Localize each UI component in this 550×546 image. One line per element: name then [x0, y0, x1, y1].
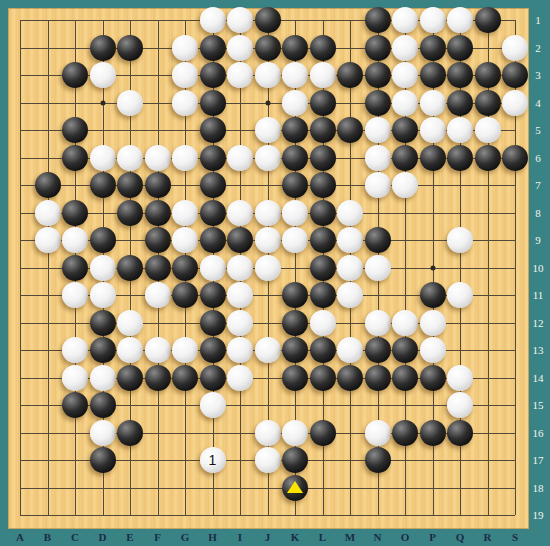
stone-white-I18[interactable]: [227, 35, 253, 61]
stone-black-C17[interactable]: [62, 62, 88, 88]
stone-white-E7[interactable]: [117, 337, 143, 363]
stone-white-J11[interactable]: [255, 227, 281, 253]
stone-black-I11[interactable]: [227, 227, 253, 253]
stone-black-E10[interactable]: [117, 255, 143, 281]
stone-black-P9[interactable]: [420, 282, 446, 308]
stone-black-P17[interactable]: [420, 62, 446, 88]
stone-black-P4[interactable]: [420, 420, 446, 446]
stone-black-D18[interactable]: [90, 35, 116, 61]
stone-black-Q18[interactable]: [447, 35, 473, 61]
stone-black-G6[interactable]: [172, 365, 198, 391]
stone-black-K14[interactable]: [282, 145, 308, 171]
star-point: [430, 265, 435, 270]
stone-white-J4[interactable]: [255, 420, 281, 446]
stone-black-K6[interactable]: [282, 365, 308, 391]
stone-black-R17[interactable]: [475, 62, 501, 88]
stone-black-S14[interactable]: [502, 145, 528, 171]
stone-white-K16[interactable]: [282, 90, 308, 116]
stone-white-O18[interactable]: [392, 35, 418, 61]
stone-black-K13[interactable]: [282, 172, 308, 198]
stone-white-Q5[interactable]: [447, 392, 473, 418]
stone-black-E13[interactable]: [117, 172, 143, 198]
stone-white-B12[interactable]: [35, 200, 61, 226]
stone-black-D8[interactable]: [90, 310, 116, 336]
stone-black-H15[interactable]: [200, 117, 226, 143]
stone-black-F6[interactable]: [145, 365, 171, 391]
stone-white-P15[interactable]: [420, 117, 446, 143]
stone-black-L6[interactable]: [310, 365, 336, 391]
stone-black-L10[interactable]: [310, 255, 336, 281]
stone-black-H8[interactable]: [200, 310, 226, 336]
column-label-I: I: [238, 531, 242, 543]
stone-white-M11[interactable]: [337, 227, 363, 253]
stone-black-L16[interactable]: [310, 90, 336, 116]
stone-white-Q6[interactable]: [447, 365, 473, 391]
stone-white-L8[interactable]: [310, 310, 336, 336]
stone-white-C11[interactable]: [62, 227, 88, 253]
stone-black-N6[interactable]: [365, 365, 391, 391]
stone-black-L18[interactable]: [310, 35, 336, 61]
stone-white-F7[interactable]: [145, 337, 171, 363]
stone-white-N13[interactable]: [365, 172, 391, 198]
stone-black-N7[interactable]: [365, 337, 391, 363]
column-label-P: P: [429, 531, 436, 543]
stone-white-Q9[interactable]: [447, 282, 473, 308]
stone-black-D3[interactable]: [90, 447, 116, 473]
stone-black-N18[interactable]: [365, 35, 391, 61]
stone-white-O13[interactable]: [392, 172, 418, 198]
row-label-7: 7: [535, 179, 541, 191]
column-label-G: G: [181, 531, 190, 543]
row-label-3: 3: [535, 69, 541, 81]
stone-white-I19[interactable]: [227, 7, 253, 33]
stone-black-S17[interactable]: [502, 62, 528, 88]
stone-black-K7[interactable]: [282, 337, 308, 363]
stone-black-K3[interactable]: [282, 447, 308, 473]
column-label-R: R: [484, 531, 492, 543]
column-label-J: J: [265, 531, 271, 543]
row-label-17: 17: [533, 454, 544, 466]
stone-black-L7[interactable]: [310, 337, 336, 363]
stone-black-C15[interactable]: [62, 117, 88, 143]
stone-black-C5[interactable]: [62, 392, 88, 418]
stone-black-G9[interactable]: [172, 282, 198, 308]
stone-white-B11[interactable]: [35, 227, 61, 253]
stone-black-L12[interactable]: [310, 200, 336, 226]
stone-black-J18[interactable]: [255, 35, 281, 61]
stone-white-F9[interactable]: [145, 282, 171, 308]
stone-white-O19[interactable]: [392, 7, 418, 33]
row-label-8: 8: [535, 207, 541, 219]
row-label-2: 2: [535, 42, 541, 54]
stone-black-F11[interactable]: [145, 227, 171, 253]
column-label-O: O: [401, 531, 410, 543]
stone-black-Q4[interactable]: [447, 420, 473, 446]
stone-white-P16[interactable]: [420, 90, 446, 116]
stone-white-M7[interactable]: [337, 337, 363, 363]
row-label-16: 16: [533, 427, 544, 439]
stone-white-P19[interactable]: [420, 7, 446, 33]
triangle-marker-icon: [287, 481, 303, 493]
stone-black-O7[interactable]: [392, 337, 418, 363]
stone-white-E14[interactable]: [117, 145, 143, 171]
column-label-H: H: [208, 531, 217, 543]
stone-white-G17[interactable]: [172, 62, 198, 88]
stone-black-F10[interactable]: [145, 255, 171, 281]
stone-white-J15[interactable]: [255, 117, 281, 143]
star-point: [265, 100, 270, 105]
stone-black-P6[interactable]: [420, 365, 446, 391]
stone-white-I17[interactable]: [227, 62, 253, 88]
column-label-D: D: [99, 531, 107, 543]
stone-black-K8[interactable]: [282, 310, 308, 336]
stone-white-S18[interactable]: [502, 35, 528, 61]
stone-black-L11[interactable]: [310, 227, 336, 253]
stone-white-G16[interactable]: [172, 90, 198, 116]
stone-white-E8[interactable]: [117, 310, 143, 336]
stone-black-H18[interactable]: [200, 35, 226, 61]
stone-black-D13[interactable]: [90, 172, 116, 198]
stone-white-M12[interactable]: [337, 200, 363, 226]
stone-black-O15[interactable]: [392, 117, 418, 143]
column-label-M: M: [345, 531, 355, 543]
stone-white-P8[interactable]: [420, 310, 446, 336]
row-label-19: 19: [533, 509, 544, 521]
stone-black-C12[interactable]: [62, 200, 88, 226]
stone-white-H19[interactable]: [200, 7, 226, 33]
stone-black-Q16[interactable]: [447, 90, 473, 116]
stone-black-H16[interactable]: [200, 90, 226, 116]
column-label-B: B: [44, 531, 51, 543]
row-label-11: 11: [533, 289, 544, 301]
stone-white-K12[interactable]: [282, 200, 308, 226]
stone-white-N10[interactable]: [365, 255, 391, 281]
stone-white-G18[interactable]: [172, 35, 198, 61]
stone-white-G7[interactable]: [172, 337, 198, 363]
stone-white-H3[interactable]: 1: [200, 447, 226, 473]
move-number-label: 1: [209, 453, 217, 467]
stone-white-C7[interactable]: [62, 337, 88, 363]
row-label-5: 5: [535, 124, 541, 136]
row-label-13: 13: [533, 344, 544, 356]
stone-black-L4[interactable]: [310, 420, 336, 446]
stone-black-H17[interactable]: [200, 62, 226, 88]
stone-white-L17[interactable]: [310, 62, 336, 88]
stone-black-K2[interactable]: [282, 475, 308, 501]
stone-black-R14[interactable]: [475, 145, 501, 171]
stone-white-E16[interactable]: [117, 90, 143, 116]
stone-black-L13[interactable]: [310, 172, 336, 198]
stone-black-K15[interactable]: [282, 117, 308, 143]
stone-white-G11[interactable]: [172, 227, 198, 253]
stone-white-Q15[interactable]: [447, 117, 473, 143]
stone-white-G14[interactable]: [172, 145, 198, 171]
grid-line-horizontal: [20, 488, 515, 489]
column-label-Q: Q: [456, 531, 465, 543]
stone-black-M17[interactable]: [337, 62, 363, 88]
stone-white-D17[interactable]: [90, 62, 116, 88]
go-board[interactable]: 1: [8, 8, 529, 529]
stone-black-C14[interactable]: [62, 145, 88, 171]
stone-black-Q17[interactable]: [447, 62, 473, 88]
stone-white-J12[interactable]: [255, 200, 281, 226]
stone-black-H11[interactable]: [200, 227, 226, 253]
stone-black-N3[interactable]: [365, 447, 391, 473]
stone-white-S16[interactable]: [502, 90, 528, 116]
stone-black-H7[interactable]: [200, 337, 226, 363]
stone-black-J19[interactable]: [255, 7, 281, 33]
row-label-9: 9: [535, 234, 541, 246]
stone-white-O8[interactable]: [392, 310, 418, 336]
stone-white-C6[interactable]: [62, 365, 88, 391]
stone-white-J17[interactable]: [255, 62, 281, 88]
stone-white-H10[interactable]: [200, 255, 226, 281]
stone-white-I12[interactable]: [227, 200, 253, 226]
stone-white-Q11[interactable]: [447, 227, 473, 253]
stone-black-H9[interactable]: [200, 282, 226, 308]
stone-white-I10[interactable]: [227, 255, 253, 281]
stone-white-G12[interactable]: [172, 200, 198, 226]
stone-white-D6[interactable]: [90, 365, 116, 391]
stone-black-N11[interactable]: [365, 227, 391, 253]
column-label-N: N: [374, 531, 382, 543]
row-label-1: 1: [535, 14, 541, 26]
stone-white-R15[interactable]: [475, 117, 501, 143]
row-label-6: 6: [535, 152, 541, 164]
stone-black-N16[interactable]: [365, 90, 391, 116]
column-label-K: K: [291, 531, 300, 543]
stone-black-B13[interactable]: [35, 172, 61, 198]
stone-black-R16[interactable]: [475, 90, 501, 116]
row-label-10: 10: [533, 262, 544, 274]
stone-white-I7[interactable]: [227, 337, 253, 363]
stone-white-M10[interactable]: [337, 255, 363, 281]
stone-black-C10[interactable]: [62, 255, 88, 281]
stone-black-E4[interactable]: [117, 420, 143, 446]
column-label-F: F: [154, 531, 161, 543]
stone-black-E18[interactable]: [117, 35, 143, 61]
stone-black-N17[interactable]: [365, 62, 391, 88]
stone-black-K9[interactable]: [282, 282, 308, 308]
stone-black-H14[interactable]: [200, 145, 226, 171]
stone-black-O6[interactable]: [392, 365, 418, 391]
column-label-C: C: [71, 531, 79, 543]
stone-white-C9[interactable]: [62, 282, 88, 308]
stone-white-O16[interactable]: [392, 90, 418, 116]
stone-black-L15[interactable]: [310, 117, 336, 143]
stone-black-H6[interactable]: [200, 365, 226, 391]
stone-black-H13[interactable]: [200, 172, 226, 198]
stone-white-J14[interactable]: [255, 145, 281, 171]
stone-black-O4[interactable]: [392, 420, 418, 446]
stone-white-I9[interactable]: [227, 282, 253, 308]
stone-white-I8[interactable]: [227, 310, 253, 336]
stone-black-E12[interactable]: [117, 200, 143, 226]
stone-white-J7[interactable]: [255, 337, 281, 363]
stone-black-E6[interactable]: [117, 365, 143, 391]
stone-black-R19[interactable]: [475, 7, 501, 33]
stone-white-N8[interactable]: [365, 310, 391, 336]
stone-black-O14[interactable]: [392, 145, 418, 171]
stone-black-D11[interactable]: [90, 227, 116, 253]
column-label-E: E: [126, 531, 133, 543]
stone-black-H12[interactable]: [200, 200, 226, 226]
row-label-15: 15: [533, 399, 544, 411]
stone-black-D5[interactable]: [90, 392, 116, 418]
stone-white-I14[interactable]: [227, 145, 253, 171]
stone-black-L9[interactable]: [310, 282, 336, 308]
stone-white-H5[interactable]: [200, 392, 226, 418]
row-label-18: 18: [533, 482, 544, 494]
stone-black-P18[interactable]: [420, 35, 446, 61]
column-label-A: A: [16, 531, 24, 543]
stone-white-K17[interactable]: [282, 62, 308, 88]
stone-white-N15[interactable]: [365, 117, 391, 143]
stone-white-J10[interactable]: [255, 255, 281, 281]
stone-white-N4[interactable]: [365, 420, 391, 446]
column-label-L: L: [319, 531, 326, 543]
stone-black-M6[interactable]: [337, 365, 363, 391]
stone-white-D4[interactable]: [90, 420, 116, 446]
stone-white-M9[interactable]: [337, 282, 363, 308]
stone-black-K18[interactable]: [282, 35, 308, 61]
row-label-14: 14: [533, 372, 544, 384]
stone-white-F14[interactable]: [145, 145, 171, 171]
stone-black-N19[interactable]: [365, 7, 391, 33]
stone-white-J3[interactable]: [255, 447, 281, 473]
stone-black-F13[interactable]: [145, 172, 171, 198]
stone-white-O17[interactable]: [392, 62, 418, 88]
stone-white-N14[interactable]: [365, 145, 391, 171]
stone-black-M15[interactable]: [337, 117, 363, 143]
stone-black-G10[interactable]: [172, 255, 198, 281]
stone-black-Q14[interactable]: [447, 145, 473, 171]
column-label-S: S: [512, 531, 518, 543]
stone-white-P7[interactable]: [420, 337, 446, 363]
stone-white-D9[interactable]: [90, 282, 116, 308]
grid-line-horizontal: [20, 515, 515, 516]
stone-white-K4[interactable]: [282, 420, 308, 446]
stone-white-D14[interactable]: [90, 145, 116, 171]
row-label-12: 12: [533, 317, 544, 329]
stone-black-F12[interactable]: [145, 200, 171, 226]
star-point: [100, 100, 105, 105]
stone-white-I6[interactable]: [227, 365, 253, 391]
stone-white-Q19[interactable]: [447, 7, 473, 33]
stone-white-K11[interactable]: [282, 227, 308, 253]
stone-black-P14[interactable]: [420, 145, 446, 171]
stone-black-L14[interactable]: [310, 145, 336, 171]
stone-black-D7[interactable]: [90, 337, 116, 363]
row-label-4: 4: [535, 97, 541, 109]
stone-white-D10[interactable]: [90, 255, 116, 281]
